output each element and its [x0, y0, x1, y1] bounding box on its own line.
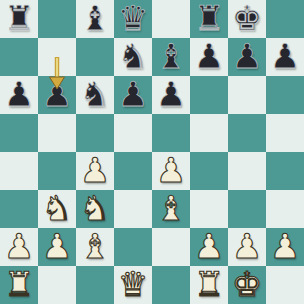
square-a4[interactable] — [0, 152, 38, 190]
square-g4[interactable] — [228, 152, 266, 190]
square-h5[interactable] — [266, 114, 304, 152]
square-c5[interactable] — [76, 114, 114, 152]
white-knight[interactable]: ♞ — [42, 190, 72, 227]
square-d7[interactable]: ♞ — [114, 38, 152, 76]
square-c6[interactable]: ♞ — [76, 76, 114, 114]
square-h3[interactable] — [266, 190, 304, 228]
white-pawn[interactable]: ♟ — [194, 228, 224, 265]
square-h4[interactable] — [266, 152, 304, 190]
black-queen[interactable]: ♛ — [118, 0, 148, 37]
square-f5[interactable] — [190, 114, 228, 152]
white-knight[interactable]: ♞ — [80, 190, 110, 227]
black-pawn[interactable]: ♟ — [156, 76, 186, 113]
square-g2[interactable]: ♟ — [228, 228, 266, 266]
square-e4[interactable]: ♟ — [152, 152, 190, 190]
white-pawn[interactable]: ♟ — [4, 228, 34, 265]
black-knight[interactable]: ♞ — [80, 76, 110, 113]
square-b6[interactable]: ♟ — [38, 76, 76, 114]
square-a3[interactable] — [0, 190, 38, 228]
square-d6[interactable]: ♟ — [114, 76, 152, 114]
black-bishop[interactable]: ♝ — [156, 38, 186, 75]
square-g1[interactable]: ♚ — [228, 266, 266, 304]
square-c8[interactable]: ♝ — [76, 0, 114, 38]
black-bishop[interactable]: ♝ — [80, 0, 110, 37]
square-e3[interactable]: ♝ — [152, 190, 190, 228]
black-pawn[interactable]: ♟ — [194, 38, 224, 75]
square-e6[interactable]: ♟ — [152, 76, 190, 114]
square-f7[interactable]: ♟ — [190, 38, 228, 76]
white-queen[interactable]: ♛ — [118, 266, 148, 303]
square-h7[interactable]: ♟ — [266, 38, 304, 76]
square-b2[interactable]: ♟ — [38, 228, 76, 266]
board-grid: ♜♝♛♜♚♞♝♟♟♟♟♟♞♟♟♟♟♞♞♝♟♟♝♟♟♟♜♛♜♚ — [0, 0, 304, 304]
black-knight[interactable]: ♞ — [118, 38, 148, 75]
square-a5[interactable] — [0, 114, 38, 152]
square-e5[interactable] — [152, 114, 190, 152]
black-pawn[interactable]: ♟ — [232, 38, 262, 75]
square-a7[interactable] — [0, 38, 38, 76]
square-c3[interactable]: ♞ — [76, 190, 114, 228]
black-pawn[interactable]: ♟ — [118, 76, 148, 113]
square-d3[interactable] — [114, 190, 152, 228]
white-king[interactable]: ♚ — [232, 266, 262, 303]
black-rook[interactable]: ♜ — [4, 0, 34, 37]
white-pawn[interactable]: ♟ — [42, 228, 72, 265]
square-a6[interactable]: ♟ — [0, 76, 38, 114]
white-pawn[interactable]: ♟ — [156, 152, 186, 189]
square-g6[interactable] — [228, 76, 266, 114]
chess-board: ♜♝♛♜♚♞♝♟♟♟♟♟♞♟♟♟♟♞♞♝♟♟♝♟♟♟♜♛♜♚ — [0, 0, 304, 304]
square-h1[interactable] — [266, 266, 304, 304]
square-h2[interactable]: ♟ — [266, 228, 304, 266]
black-pawn[interactable]: ♟ — [4, 76, 34, 113]
square-b5[interactable] — [38, 114, 76, 152]
square-d5[interactable] — [114, 114, 152, 152]
square-a1[interactable]: ♜ — [0, 266, 38, 304]
white-bishop[interactable]: ♝ — [80, 228, 110, 265]
square-b1[interactable] — [38, 266, 76, 304]
square-e8[interactable] — [152, 0, 190, 38]
square-e1[interactable] — [152, 266, 190, 304]
square-h8[interactable] — [266, 0, 304, 38]
square-b8[interactable] — [38, 0, 76, 38]
white-bishop[interactable]: ♝ — [156, 190, 186, 227]
black-pawn[interactable]: ♟ — [42, 76, 72, 113]
white-pawn[interactable]: ♟ — [270, 228, 300, 265]
square-e7[interactable]: ♝ — [152, 38, 190, 76]
square-b4[interactable] — [38, 152, 76, 190]
square-g5[interactable] — [228, 114, 266, 152]
square-f8[interactable]: ♜ — [190, 0, 228, 38]
white-pawn[interactable]: ♟ — [232, 228, 262, 265]
black-pawn[interactable]: ♟ — [270, 38, 300, 75]
square-f2[interactable]: ♟ — [190, 228, 228, 266]
square-d2[interactable] — [114, 228, 152, 266]
square-g3[interactable] — [228, 190, 266, 228]
square-f6[interactable] — [190, 76, 228, 114]
square-e2[interactable] — [152, 228, 190, 266]
square-b3[interactable]: ♞ — [38, 190, 76, 228]
square-c1[interactable] — [76, 266, 114, 304]
black-rook[interactable]: ♜ — [194, 0, 224, 37]
square-f3[interactable] — [190, 190, 228, 228]
square-a8[interactable]: ♜ — [0, 0, 38, 38]
white-rook[interactable]: ♜ — [194, 266, 224, 303]
square-g7[interactable]: ♟ — [228, 38, 266, 76]
square-f4[interactable] — [190, 152, 228, 190]
square-b7[interactable] — [38, 38, 76, 76]
square-d4[interactable] — [114, 152, 152, 190]
square-d8[interactable]: ♛ — [114, 0, 152, 38]
square-g8[interactable]: ♚ — [228, 0, 266, 38]
black-king[interactable]: ♚ — [232, 0, 262, 37]
square-f1[interactable]: ♜ — [190, 266, 228, 304]
square-c2[interactable]: ♝ — [76, 228, 114, 266]
square-c4[interactable]: ♟ — [76, 152, 114, 190]
white-rook[interactable]: ♜ — [4, 266, 34, 303]
square-h6[interactable] — [266, 76, 304, 114]
square-d1[interactable]: ♛ — [114, 266, 152, 304]
square-c7[interactable] — [76, 38, 114, 76]
square-a2[interactable]: ♟ — [0, 228, 38, 266]
white-pawn[interactable]: ♟ — [80, 152, 110, 189]
